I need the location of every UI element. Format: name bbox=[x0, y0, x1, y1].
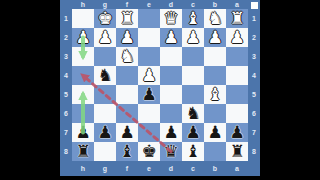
square-e6[interactable] bbox=[138, 104, 160, 123]
square-d1[interactable]: ♛ bbox=[160, 9, 182, 28]
white-pawn-piece: ♟ bbox=[97, 28, 112, 47]
square-d6[interactable] bbox=[160, 104, 182, 123]
file-label-b: b bbox=[204, 161, 226, 176]
square-a8[interactable]: ♜ bbox=[226, 142, 248, 161]
square-f3[interactable]: ♞ bbox=[116, 47, 138, 66]
white-rook-piece: ♜ bbox=[229, 9, 244, 28]
white-king-piece: ♚ bbox=[97, 9, 112, 28]
square-b3[interactable] bbox=[204, 47, 226, 66]
rank-labels-right: 12345678 bbox=[248, 9, 260, 161]
square-e5[interactable]: ♟ bbox=[138, 85, 160, 104]
square-d8[interactable]: ♛ bbox=[160, 142, 182, 161]
file-label-f: f bbox=[116, 161, 138, 176]
square-c7[interactable]: ♟ bbox=[182, 123, 204, 142]
square-f7[interactable]: ♟ bbox=[116, 123, 138, 142]
square-h5[interactable] bbox=[72, 85, 94, 104]
square-d7[interactable]: ♟ bbox=[160, 123, 182, 142]
square-h6[interactable] bbox=[72, 104, 94, 123]
square-a3[interactable] bbox=[226, 47, 248, 66]
square-f1[interactable]: ♜ bbox=[116, 9, 138, 28]
square-c6[interactable]: ♞ bbox=[182, 104, 204, 123]
black-pawn-piece: ♟ bbox=[141, 85, 156, 104]
square-c5[interactable] bbox=[182, 85, 204, 104]
rank-labels-left: 12345678 bbox=[60, 9, 72, 161]
chess-app-screen: hgfedcba hgfedcba 12345678 12345678 ♚♜♛♝… bbox=[0, 0, 320, 180]
rank-label-1: 1 bbox=[248, 9, 260, 28]
square-b4[interactable] bbox=[204, 66, 226, 85]
square-e1[interactable] bbox=[138, 9, 160, 28]
square-f4[interactable] bbox=[116, 66, 138, 85]
file-label-d: d bbox=[160, 161, 182, 176]
white-pawn-piece: ♟ bbox=[185, 28, 200, 47]
square-g6[interactable] bbox=[94, 104, 116, 123]
white-pawn-piece: ♟ bbox=[229, 28, 244, 47]
file-label-h: h bbox=[72, 0, 94, 9]
black-rook-piece: ♜ bbox=[229, 142, 244, 161]
square-e8[interactable]: ♚ bbox=[138, 142, 160, 161]
black-rook-piece: ♜ bbox=[75, 142, 90, 161]
white-pawn-piece: ♟ bbox=[119, 28, 134, 47]
white-queen-piece: ♛ bbox=[163, 9, 178, 28]
black-pawn-piece: ♟ bbox=[185, 123, 200, 142]
white-pawn-piece: ♟ bbox=[75, 28, 90, 47]
square-g1[interactable]: ♚ bbox=[94, 9, 116, 28]
square-b6[interactable] bbox=[204, 104, 226, 123]
square-b1[interactable]: ♞ bbox=[204, 9, 226, 28]
rank-label-8: 8 bbox=[248, 142, 260, 161]
rank-label-7: 7 bbox=[60, 123, 72, 142]
white-pawn-piece: ♟ bbox=[163, 28, 178, 47]
rank-label-2: 2 bbox=[248, 28, 260, 47]
square-a4[interactable] bbox=[226, 66, 248, 85]
rank-label-5: 5 bbox=[248, 85, 260, 104]
white-pawn-piece: ♟ bbox=[207, 28, 222, 47]
file-labels-bottom: hgfedcba bbox=[72, 161, 248, 176]
square-h7[interactable]: ♟ bbox=[72, 123, 94, 142]
rank-label-4: 4 bbox=[248, 66, 260, 85]
rank-label-4: 4 bbox=[60, 66, 72, 85]
file-label-e: e bbox=[138, 161, 160, 176]
black-knight-piece: ♞ bbox=[97, 66, 112, 85]
rank-label-5: 5 bbox=[60, 85, 72, 104]
square-h1[interactable] bbox=[72, 9, 94, 28]
black-pawn-piece: ♟ bbox=[207, 123, 222, 142]
square-h3[interactable] bbox=[72, 47, 94, 66]
square-b2[interactable]: ♟ bbox=[204, 28, 226, 47]
white-pawn-piece: ♟ bbox=[141, 66, 156, 85]
square-d2[interactable]: ♟ bbox=[160, 28, 182, 47]
file-label-a: a bbox=[226, 161, 248, 176]
square-g4[interactable]: ♞ bbox=[94, 66, 116, 85]
black-bishop-piece: ♝ bbox=[185, 142, 200, 161]
square-a5[interactable] bbox=[226, 85, 248, 104]
square-a7[interactable]: ♟ bbox=[226, 123, 248, 142]
square-g8[interactable] bbox=[94, 142, 116, 161]
square-g7[interactable]: ♟ bbox=[94, 123, 116, 142]
square-g2[interactable]: ♟ bbox=[94, 28, 116, 47]
rank-label-1: 1 bbox=[60, 9, 72, 28]
black-king-piece: ♚ bbox=[141, 142, 156, 161]
white-rook-piece: ♜ bbox=[119, 9, 134, 28]
rank-label-3: 3 bbox=[60, 47, 72, 66]
rank-label-6: 6 bbox=[248, 104, 260, 123]
square-f2[interactable]: ♟ bbox=[116, 28, 138, 47]
square-e2[interactable] bbox=[138, 28, 160, 47]
square-c8[interactable]: ♝ bbox=[182, 142, 204, 161]
white-knight-piece: ♞ bbox=[207, 9, 222, 28]
rank-label-8: 8 bbox=[60, 142, 72, 161]
square-g3[interactable] bbox=[94, 47, 116, 66]
square-c4[interactable] bbox=[182, 66, 204, 85]
square-h4[interactable] bbox=[72, 66, 94, 85]
square-e7[interactable] bbox=[138, 123, 160, 142]
file-label-e: e bbox=[138, 0, 160, 9]
square-b8[interactable] bbox=[204, 142, 226, 161]
file-label-h: h bbox=[72, 161, 94, 176]
white-bishop-piece: ♝ bbox=[185, 9, 200, 28]
black-pawn-piece: ♟ bbox=[163, 123, 178, 142]
black-pawn-piece: ♟ bbox=[229, 123, 244, 142]
square-b5[interactable]: ♝ bbox=[204, 85, 226, 104]
square-f6[interactable] bbox=[116, 104, 138, 123]
black-bishop-piece: ♝ bbox=[119, 142, 134, 161]
square-c2[interactable]: ♟ bbox=[182, 28, 204, 47]
black-pawn-piece: ♟ bbox=[119, 123, 134, 142]
square-e4[interactable]: ♟ bbox=[138, 66, 160, 85]
square-b7[interactable]: ♟ bbox=[204, 123, 226, 142]
rank-label-3: 3 bbox=[248, 47, 260, 66]
square-c1[interactable]: ♝ bbox=[182, 9, 204, 28]
square-d4[interactable] bbox=[160, 66, 182, 85]
file-label-g: g bbox=[94, 161, 116, 176]
rank-label-2: 2 bbox=[60, 28, 72, 47]
chess-board-frame: hgfedcba hgfedcba 12345678 12345678 ♚♜♛♝… bbox=[60, 0, 260, 176]
square-a2[interactable]: ♟ bbox=[226, 28, 248, 47]
square-h8[interactable]: ♜ bbox=[72, 142, 94, 161]
file-label-c: c bbox=[182, 161, 204, 176]
black-pawn-piece: ♟ bbox=[75, 123, 90, 142]
square-c3[interactable] bbox=[182, 47, 204, 66]
square-d5[interactable] bbox=[160, 85, 182, 104]
rank-label-6: 6 bbox=[60, 104, 72, 123]
rank-label-7: 7 bbox=[248, 123, 260, 142]
square-f5[interactable] bbox=[116, 85, 138, 104]
black-queen-piece: ♛ bbox=[163, 142, 178, 161]
square-f8[interactable]: ♝ bbox=[116, 142, 138, 161]
square-h2[interactable]: ♟ bbox=[72, 28, 94, 47]
square-a6[interactable] bbox=[226, 104, 248, 123]
square-a1[interactable]: ♜ bbox=[226, 9, 248, 28]
square-g5[interactable] bbox=[94, 85, 116, 104]
board-squares: ♚♜♛♝♞♜♟♟♟♟♟♟♟♞♞♟♟♝♞♟♟♟♟♟♟♟♜♝♚♛♝♜ bbox=[72, 9, 248, 161]
square-d3[interactable] bbox=[160, 47, 182, 66]
black-pawn-piece: ♟ bbox=[97, 123, 112, 142]
white-bishop-piece: ♝ bbox=[207, 85, 222, 104]
white-knight-piece: ♞ bbox=[119, 47, 134, 66]
square-e3[interactable] bbox=[138, 47, 160, 66]
side-to-move-indicator bbox=[251, 2, 258, 9]
black-knight-piece: ♞ bbox=[185, 104, 200, 123]
